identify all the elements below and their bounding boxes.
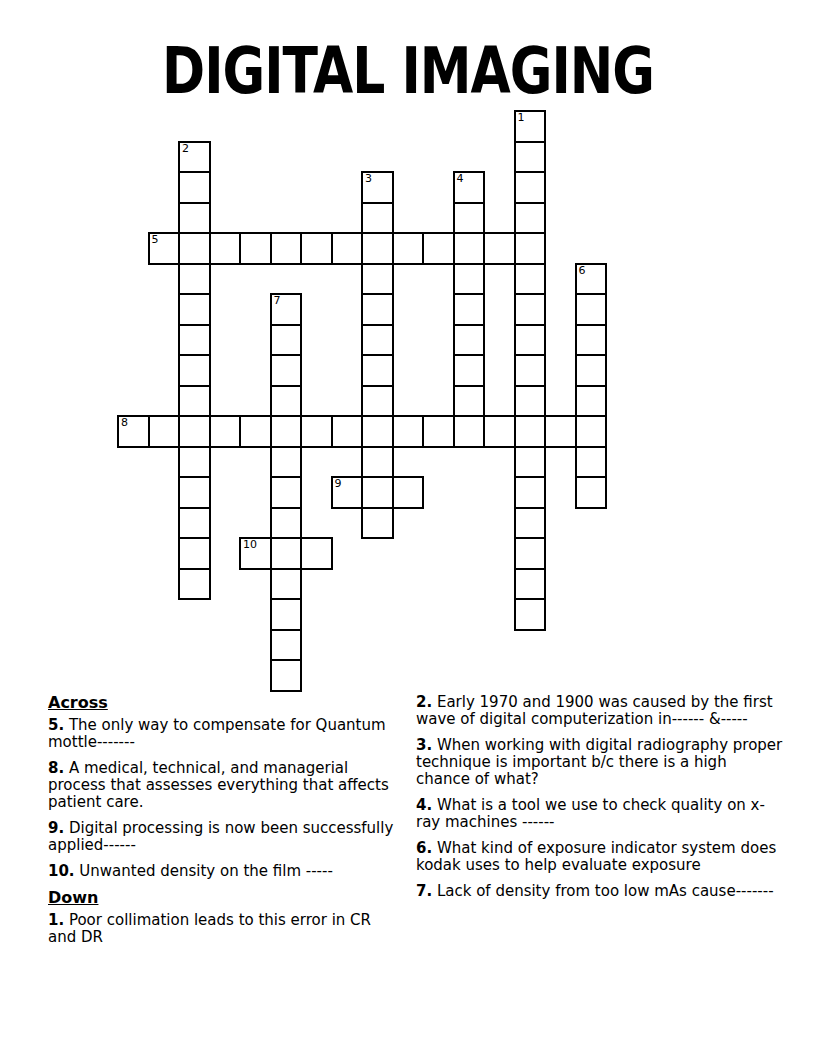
down-clue-7: 7. Lack of density from too low mAs caus…	[416, 883, 784, 900]
clue-label: 5.	[48, 716, 64, 734]
grid-cell[interactable]	[178, 324, 211, 357]
page-title: DIGITAL IMAGING	[0, 34, 816, 107]
across-clue-list: 5. The only way to compensate for Quantu…	[48, 717, 398, 880]
grid-cell[interactable]	[178, 171, 211, 204]
grid-cell[interactable]	[483, 232, 516, 265]
grid-cell[interactable]	[514, 232, 547, 265]
grid-cell[interactable]	[178, 293, 211, 326]
grid-cell[interactable]	[514, 263, 547, 296]
grid-cell[interactable]: 3	[361, 171, 394, 204]
clue-text: A medical, technical, and managerial pro…	[48, 759, 389, 811]
grid-cell[interactable]	[178, 476, 211, 509]
grid-cell[interactable]	[575, 385, 608, 418]
grid-cell[interactable]	[178, 354, 211, 387]
clue-label: 6.	[416, 839, 432, 857]
grid-cell[interactable]	[270, 324, 303, 357]
grid-cell[interactable]	[514, 476, 547, 509]
crossword-grid: 12345678910	[117, 110, 607, 692]
grid-cell[interactable]: 2	[178, 141, 211, 174]
clue-text: Early 1970 and 1900 was caused by the fi…	[416, 693, 773, 728]
grid-cell[interactable]	[575, 354, 608, 387]
clue-number: 9	[335, 478, 342, 490]
grid-cell[interactable]	[514, 568, 547, 601]
grid-cell[interactable]	[361, 476, 394, 509]
grid-cell[interactable]	[178, 202, 211, 235]
clue-section: Across 5. The only way to compensate for…	[48, 694, 784, 955]
clue-text: What kind of exposure indicator system d…	[416, 839, 776, 874]
down-clue-2: 2. Early 1970 and 1900 was caused by the…	[416, 694, 784, 728]
grid-cell[interactable]	[331, 415, 364, 448]
grid-cell[interactable]	[544, 415, 577, 448]
grid-cell[interactable]	[331, 232, 364, 265]
grid-cell[interactable]	[270, 507, 303, 540]
clue-text: Lack of density from too low mAs cause--…	[432, 882, 773, 900]
clue-label: 1.	[48, 911, 64, 929]
grid-cell[interactable]	[361, 354, 394, 387]
grid-cell[interactable]	[514, 415, 547, 448]
grid-cell[interactable]	[453, 354, 486, 387]
across-clue-5: 5. The only way to compensate for Quantu…	[48, 717, 398, 751]
grid-cell[interactable]	[270, 476, 303, 509]
grid-cell[interactable]	[361, 324, 394, 357]
grid-cell[interactable]: 5	[148, 232, 181, 265]
grid-cell[interactable]	[575, 293, 608, 326]
grid-cell[interactable]	[514, 537, 547, 570]
clue-column-left: Across 5. The only way to compensate for…	[48, 694, 398, 955]
clue-label: 3.	[416, 736, 432, 754]
grid-cell[interactable]	[514, 202, 547, 235]
grid-cell[interactable]: 7	[270, 293, 303, 326]
clue-column-right: 2. Early 1970 and 1900 was caused by the…	[416, 694, 784, 955]
grid-cell[interactable]	[361, 385, 394, 418]
grid-cell[interactable]	[361, 507, 394, 540]
grid-cell[interactable]	[514, 354, 547, 387]
grid-cell[interactable]: 1	[514, 110, 547, 143]
grid-cell[interactable]	[178, 263, 211, 296]
grid-cell[interactable]	[239, 415, 272, 448]
grid-cell[interactable]: 8	[117, 415, 150, 448]
grid-cell[interactable]	[270, 629, 303, 662]
grid-cell[interactable]	[178, 385, 211, 418]
grid-cell[interactable]	[575, 324, 608, 357]
grid-cell[interactable]	[178, 537, 211, 570]
clue-text: Unwanted density on the film -----	[75, 862, 333, 880]
grid-cell[interactable]	[178, 232, 211, 265]
grid-cell[interactable]	[270, 537, 303, 570]
clue-number: 10	[243, 539, 257, 551]
clue-label: 7.	[416, 882, 432, 900]
down-clue-list-start: 1. Poor collimation leads to this error …	[48, 912, 398, 946]
grid-cell[interactable]	[270, 232, 303, 265]
grid-cell[interactable]	[361, 202, 394, 235]
down-clue-3: 3. When working with digital radiography…	[416, 737, 784, 788]
grid-cell[interactable]	[453, 324, 486, 357]
clue-label: 10.	[48, 862, 75, 880]
grid-cell[interactable]	[514, 324, 547, 357]
grid-cell[interactable]	[178, 446, 211, 479]
grid-cell[interactable]	[270, 385, 303, 418]
grid-cell[interactable]	[422, 415, 455, 448]
across-clue-10: 10. Unwanted density on the film -----	[48, 863, 398, 880]
clue-text: Digital processing is now been successfu…	[48, 819, 393, 854]
clue-number: 8	[121, 417, 128, 429]
clue-number: 6	[579, 265, 586, 277]
grid-cell[interactable]	[270, 415, 303, 448]
grid-cell[interactable]	[453, 293, 486, 326]
grid-cell[interactable]	[300, 232, 333, 265]
grid-cell[interactable]	[300, 537, 333, 570]
clue-text: Poor collimation leads to this error in …	[48, 911, 371, 946]
grid-cell[interactable]	[422, 232, 455, 265]
down-clue-list-rest: 2. Early 1970 and 1900 was caused by the…	[416, 694, 784, 900]
grid-cell[interactable]	[514, 385, 547, 418]
clue-text: When working with digital radiography pr…	[416, 736, 782, 788]
grid-cell[interactable]	[178, 507, 211, 540]
grid-cell[interactable]	[361, 232, 394, 265]
grid-cell[interactable]	[361, 263, 394, 296]
down-header: Down	[48, 889, 398, 907]
grid-cell[interactable]	[392, 232, 425, 265]
clue-label: 8.	[48, 759, 64, 777]
grid-cell[interactable]	[300, 415, 333, 448]
grid-cell[interactable]	[514, 598, 547, 631]
grid-cell[interactable]	[514, 507, 547, 540]
across-clue-9: 9. Digital processing is now been succes…	[48, 820, 398, 854]
grid-cell[interactable]	[575, 446, 608, 479]
grid-cell[interactable]	[453, 263, 486, 296]
clue-number: 3	[365, 173, 372, 185]
grid-cell[interactable]: 4	[453, 171, 486, 204]
across-header: Across	[48, 694, 398, 712]
grid-cell[interactable]	[209, 415, 242, 448]
grid-cell[interactable]	[514, 141, 547, 174]
grid-cell[interactable]	[361, 415, 394, 448]
down-clue-4: 4. What is a tool we use to check qualit…	[416, 797, 784, 831]
clue-number: 2	[182, 143, 189, 155]
grid-cell[interactable]	[453, 385, 486, 418]
grid-cell[interactable]	[575, 476, 608, 509]
grid-cell[interactable]	[575, 415, 608, 448]
grid-cell[interactable]	[361, 293, 394, 326]
down-clue-6: 6. What kind of exposure indicator syste…	[416, 840, 784, 874]
clue-label: 9.	[48, 819, 64, 837]
grid-cell[interactable]	[270, 598, 303, 631]
grid-cell[interactable]	[392, 476, 425, 509]
down-clue-1: 1. Poor collimation leads to this error …	[48, 912, 398, 946]
grid-cell[interactable]	[178, 415, 211, 448]
grid-cell[interactable]	[514, 446, 547, 479]
grid-cell[interactable]: 9	[331, 476, 364, 509]
grid-cell[interactable]	[514, 293, 547, 326]
grid-cell[interactable]	[270, 568, 303, 601]
clue-text: What is a tool we use to check quality o…	[416, 796, 765, 831]
grid-cell[interactable]	[483, 415, 516, 448]
grid-cell[interactable]	[239, 232, 272, 265]
grid-cell[interactable]	[270, 354, 303, 387]
clue-label: 2.	[416, 693, 432, 711]
grid-cell[interactable]	[270, 446, 303, 479]
grid-cell[interactable]	[453, 202, 486, 235]
across-clue-8: 8. A medical, technical, and managerial …	[48, 760, 398, 811]
grid-cell[interactable]: 6	[575, 263, 608, 296]
grid-cell[interactable]: 10	[239, 537, 272, 570]
grid-cell[interactable]	[178, 568, 211, 601]
grid-cell[interactable]	[514, 171, 547, 204]
clue-number: 7	[274, 295, 281, 307]
clue-text: The only way to compensate for Quantum m…	[48, 716, 386, 751]
grid-cell[interactable]	[392, 415, 425, 448]
grid-cell[interactable]	[453, 232, 486, 265]
clue-number: 5	[152, 234, 159, 246]
clue-number: 1	[518, 112, 525, 124]
grid-cell[interactable]	[270, 659, 303, 692]
grid-cell[interactable]	[361, 446, 394, 479]
grid-cell[interactable]	[148, 415, 181, 448]
grid-cell[interactable]	[209, 232, 242, 265]
grid-cell[interactable]	[453, 415, 486, 448]
clue-label: 4.	[416, 796, 432, 814]
clue-number: 4	[457, 173, 464, 185]
